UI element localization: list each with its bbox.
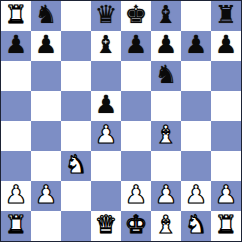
square-c8[interactable] <box>61 1 91 31</box>
black-pawn[interactable]: ♟ <box>215 30 237 60</box>
black-knight[interactable]: ♞ <box>35 0 57 30</box>
black-knight[interactable]: ♞ <box>155 60 177 90</box>
square-h1[interactable]: ♜ <box>211 211 241 241</box>
square-f8[interactable]: ♝ <box>151 1 181 31</box>
square-f5[interactable] <box>151 91 181 121</box>
black-pawn[interactable]: ♟ <box>95 90 117 120</box>
square-h5[interactable] <box>211 91 241 121</box>
white-bishop[interactable]: ♝ <box>155 210 177 240</box>
square-a7[interactable]: ♟ <box>1 31 31 61</box>
square-c2[interactable] <box>61 181 91 211</box>
square-e6[interactable] <box>121 61 151 91</box>
square-a3[interactable] <box>1 151 31 181</box>
white-king[interactable]: ♚ <box>125 210 147 240</box>
square-f1[interactable]: ♝ <box>151 211 181 241</box>
black-pawn[interactable]: ♟ <box>35 30 57 60</box>
black-pawn[interactable]: ♟ <box>185 30 207 60</box>
square-h8[interactable]: ♜ <box>211 1 241 31</box>
square-f3[interactable] <box>151 151 181 181</box>
white-rook[interactable]: ♜ <box>5 0 27 30</box>
square-a1[interactable]: ♜ <box>1 211 31 241</box>
white-pawn[interactable]: ♟ <box>125 180 147 210</box>
square-e2[interactable]: ♟ <box>121 181 151 211</box>
square-e3[interactable] <box>121 151 151 181</box>
square-b2[interactable]: ♟ <box>31 181 61 211</box>
square-d2[interactable] <box>91 181 121 211</box>
black-bishop[interactable]: ♝ <box>95 30 117 60</box>
square-f7[interactable]: ♟ <box>151 31 181 61</box>
black-rook[interactable]: ♜ <box>215 0 237 30</box>
square-a5[interactable] <box>1 91 31 121</box>
square-b8[interactable]: ♞ <box>31 1 61 31</box>
square-g5[interactable] <box>181 91 211 121</box>
white-knight[interactable]: ♞ <box>65 150 87 180</box>
white-pawn[interactable]: ♟ <box>35 180 57 210</box>
square-a6[interactable] <box>1 61 31 91</box>
square-c7[interactable] <box>61 31 91 61</box>
black-pawn[interactable]: ♟ <box>5 30 27 60</box>
square-b3[interactable] <box>31 151 61 181</box>
square-g1[interactable]: ♞ <box>181 211 211 241</box>
square-d7[interactable]: ♝ <box>91 31 121 61</box>
square-a4[interactable] <box>1 121 31 151</box>
square-g4[interactable] <box>181 121 211 151</box>
square-f4[interactable]: ♝ <box>151 121 181 151</box>
square-f6[interactable]: ♞ <box>151 61 181 91</box>
black-queen[interactable]: ♛ <box>95 0 117 30</box>
square-b5[interactable] <box>31 91 61 121</box>
square-d1[interactable]: ♛ <box>91 211 121 241</box>
square-d5[interactable]: ♟ <box>91 91 121 121</box>
square-d6[interactable] <box>91 61 121 91</box>
white-rook[interactable]: ♜ <box>5 210 27 240</box>
chess-board: ♜♞♛♚♝♜♟♟♝♟♟♟♟♞♟♟♝♞♟♟♟♟♟♟♜♛♚♝♞♜ <box>1 1 241 241</box>
square-f2[interactable]: ♟ <box>151 181 181 211</box>
square-c3[interactable]: ♞ <box>61 151 91 181</box>
white-pawn[interactable]: ♟ <box>185 180 207 210</box>
chess-board-frame: ♜♞♛♚♝♜♟♟♝♟♟♟♟♞♟♟♝♞♟♟♟♟♟♟♜♛♚♝♞♜ <box>0 0 242 242</box>
square-a8[interactable]: ♜ <box>1 1 31 31</box>
square-c5[interactable] <box>61 91 91 121</box>
square-h3[interactable] <box>211 151 241 181</box>
white-knight[interactable]: ♞ <box>185 210 207 240</box>
square-e8[interactable]: ♚ <box>121 1 151 31</box>
white-pawn[interactable]: ♟ <box>215 180 237 210</box>
square-g3[interactable] <box>181 151 211 181</box>
square-g7[interactable]: ♟ <box>181 31 211 61</box>
square-d3[interactable] <box>91 151 121 181</box>
square-e7[interactable]: ♟ <box>121 31 151 61</box>
square-a2[interactable]: ♟ <box>1 181 31 211</box>
square-g2[interactable]: ♟ <box>181 181 211 211</box>
white-rook[interactable]: ♜ <box>215 210 237 240</box>
square-g8[interactable] <box>181 1 211 31</box>
square-b6[interactable] <box>31 61 61 91</box>
square-h7[interactable]: ♟ <box>211 31 241 61</box>
square-h6[interactable] <box>211 61 241 91</box>
square-e1[interactable]: ♚ <box>121 211 151 241</box>
square-h4[interactable] <box>211 121 241 151</box>
black-pawn[interactable]: ♟ <box>125 30 147 60</box>
square-b4[interactable] <box>31 121 61 151</box>
square-e4[interactable] <box>121 121 151 151</box>
white-pawn[interactable]: ♟ <box>5 180 27 210</box>
square-c6[interactable] <box>61 61 91 91</box>
square-e5[interactable] <box>121 91 151 121</box>
square-d8[interactable]: ♛ <box>91 1 121 31</box>
white-queen[interactable]: ♛ <box>95 210 117 240</box>
white-pawn[interactable]: ♟ <box>95 120 117 150</box>
square-c1[interactable] <box>61 211 91 241</box>
white-pawn[interactable]: ♟ <box>155 180 177 210</box>
square-g6[interactable] <box>181 61 211 91</box>
square-b1[interactable] <box>31 211 61 241</box>
square-h2[interactable]: ♟ <box>211 181 241 211</box>
black-king[interactable]: ♚ <box>125 0 147 30</box>
black-pawn[interactable]: ♟ <box>155 30 177 60</box>
square-c4[interactable] <box>61 121 91 151</box>
black-bishop[interactable]: ♝ <box>155 0 177 30</box>
white-bishop[interactable]: ♝ <box>155 120 177 150</box>
square-d4[interactable]: ♟ <box>91 121 121 151</box>
square-b7[interactable]: ♟ <box>31 31 61 61</box>
